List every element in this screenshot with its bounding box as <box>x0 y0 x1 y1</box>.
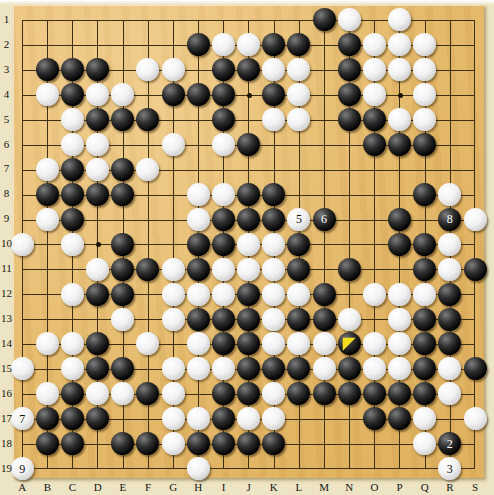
intersection-G12[interactable] <box>161 282 186 307</box>
intersection-I12[interactable] <box>211 282 236 307</box>
intersection-K10[interactable] <box>261 232 286 257</box>
intersection-P11[interactable] <box>387 257 412 282</box>
intersection-A12[interactable] <box>10 282 35 307</box>
intersection-N14[interactable] <box>337 332 362 357</box>
intersection-H1[interactable] <box>186 7 211 32</box>
intersection-F13[interactable] <box>135 307 160 332</box>
intersection-G15[interactable] <box>161 356 186 381</box>
intersection-K11[interactable] <box>261 257 286 282</box>
intersection-E2[interactable] <box>110 32 135 57</box>
intersection-P15[interactable] <box>387 356 412 381</box>
intersection-L13[interactable] <box>286 307 311 332</box>
intersection-D14[interactable] <box>85 332 110 357</box>
intersection-S3[interactable] <box>462 57 487 82</box>
intersection-O2[interactable] <box>362 32 387 57</box>
intersection-M6[interactable] <box>311 132 336 157</box>
intersection-L2[interactable] <box>286 32 311 57</box>
intersection-M18[interactable] <box>311 431 336 456</box>
intersection-O3[interactable] <box>362 57 387 82</box>
intersection-H11[interactable] <box>186 257 211 282</box>
intersection-O8[interactable] <box>362 182 387 207</box>
intersection-H17[interactable] <box>186 406 211 431</box>
intersection-L12[interactable] <box>286 282 311 307</box>
intersection-I2[interactable] <box>211 32 236 57</box>
intersection-S8[interactable] <box>462 182 487 207</box>
intersection-M15[interactable] <box>311 356 336 381</box>
intersection-Q15[interactable] <box>412 356 437 381</box>
intersection-K19[interactable] <box>261 456 286 481</box>
intersection-L17[interactable] <box>286 406 311 431</box>
intersection-J3[interactable] <box>236 57 261 82</box>
intersection-N10[interactable] <box>337 232 362 257</box>
intersection-M19[interactable] <box>311 456 336 481</box>
intersection-R1[interactable] <box>437 7 462 32</box>
intersection-M3[interactable] <box>311 57 336 82</box>
intersection-J6[interactable] <box>236 132 261 157</box>
intersection-A9[interactable] <box>10 207 35 232</box>
intersection-L15[interactable] <box>286 356 311 381</box>
intersection-N12[interactable] <box>337 282 362 307</box>
intersection-S9[interactable] <box>462 207 487 232</box>
intersection-D17[interactable] <box>85 406 110 431</box>
intersection-M14[interactable] <box>311 332 336 357</box>
intersection-G16[interactable] <box>161 381 186 406</box>
intersection-K13[interactable] <box>261 307 286 332</box>
intersection-K2[interactable] <box>261 32 286 57</box>
intersection-R6[interactable] <box>437 132 462 157</box>
intersection-Q16[interactable] <box>412 381 437 406</box>
intersection-D5[interactable] <box>85 107 110 132</box>
intersection-O9[interactable] <box>362 207 387 232</box>
intersection-O10[interactable] <box>362 232 387 257</box>
intersection-D16[interactable] <box>85 381 110 406</box>
intersection-L19[interactable] <box>286 456 311 481</box>
intersection-J12[interactable] <box>236 282 261 307</box>
intersection-F8[interactable] <box>135 182 160 207</box>
intersection-E15[interactable] <box>110 356 135 381</box>
intersection-D8[interactable] <box>85 182 110 207</box>
intersection-D2[interactable] <box>85 32 110 57</box>
intersection-P4[interactable] <box>387 82 412 107</box>
intersection-F7[interactable] <box>135 157 160 182</box>
intersection-H13[interactable] <box>186 307 211 332</box>
intersection-F5[interactable] <box>135 107 160 132</box>
intersection-A8[interactable] <box>10 182 35 207</box>
intersection-E3[interactable] <box>110 57 135 82</box>
intersection-J8[interactable] <box>236 182 261 207</box>
intersection-S5[interactable] <box>462 107 487 132</box>
intersection-E12[interactable] <box>110 282 135 307</box>
intersection-I15[interactable] <box>211 356 236 381</box>
intersection-L3[interactable] <box>286 57 311 82</box>
intersection-K7[interactable] <box>261 157 286 182</box>
intersection-D3[interactable] <box>85 57 110 82</box>
intersection-J15[interactable] <box>236 356 261 381</box>
intersection-F1[interactable] <box>135 7 160 32</box>
intersection-E10[interactable] <box>110 232 135 257</box>
intersection-S1[interactable] <box>462 7 487 32</box>
intersection-E4[interactable] <box>110 82 135 107</box>
intersection-Q11[interactable] <box>412 257 437 282</box>
intersection-F14[interactable] <box>135 332 160 357</box>
intersection-Q7[interactable] <box>412 157 437 182</box>
intersection-Q9[interactable] <box>412 207 437 232</box>
intersection-C12[interactable] <box>60 282 85 307</box>
intersection-P19[interactable] <box>387 456 412 481</box>
intersection-B18[interactable] <box>35 431 60 456</box>
intersection-R13[interactable] <box>437 307 462 332</box>
intersection-H7[interactable] <box>186 157 211 182</box>
intersection-S18[interactable] <box>462 431 487 456</box>
intersection-K14[interactable] <box>261 332 286 357</box>
intersection-D11[interactable] <box>85 257 110 282</box>
intersection-N1[interactable] <box>337 7 362 32</box>
intersection-S14[interactable] <box>462 332 487 357</box>
intersection-R3[interactable] <box>437 57 462 82</box>
intersection-L10[interactable] <box>286 232 311 257</box>
intersection-G1[interactable] <box>161 7 186 32</box>
intersection-S2[interactable] <box>462 32 487 57</box>
intersection-N13[interactable] <box>337 307 362 332</box>
intersection-C9[interactable] <box>60 207 85 232</box>
intersection-P7[interactable] <box>387 157 412 182</box>
intersection-C2[interactable] <box>60 32 85 57</box>
intersection-K4[interactable] <box>261 82 286 107</box>
intersection-D4[interactable] <box>85 82 110 107</box>
intersection-E14[interactable] <box>110 332 135 357</box>
intersection-G9[interactable] <box>161 207 186 232</box>
intersection-C14[interactable] <box>60 332 85 357</box>
intersection-P16[interactable] <box>387 381 412 406</box>
intersection-C15[interactable] <box>60 356 85 381</box>
intersection-P17[interactable] <box>387 406 412 431</box>
intersection-F9[interactable] <box>135 207 160 232</box>
intersection-E18[interactable] <box>110 431 135 456</box>
intersection-H2[interactable] <box>186 32 211 57</box>
intersection-D9[interactable] <box>85 207 110 232</box>
intersection-J16[interactable] <box>236 381 261 406</box>
intersection-A3[interactable] <box>10 57 35 82</box>
intersection-B1[interactable] <box>35 7 60 32</box>
intersection-I19[interactable] <box>211 456 236 481</box>
intersection-D1[interactable] <box>85 7 110 32</box>
intersection-B16[interactable] <box>35 381 60 406</box>
intersection-P10[interactable] <box>387 232 412 257</box>
intersection-J17[interactable] <box>236 406 261 431</box>
intersection-A5[interactable] <box>10 107 35 132</box>
intersection-C19[interactable] <box>60 456 85 481</box>
intersection-C3[interactable] <box>60 57 85 82</box>
intersection-A18[interactable] <box>10 431 35 456</box>
intersection-S6[interactable] <box>462 132 487 157</box>
intersection-R18[interactable]: 2 <box>437 431 462 456</box>
intersection-E11[interactable] <box>110 257 135 282</box>
intersection-Q19[interactable] <box>412 456 437 481</box>
intersection-P1[interactable] <box>387 7 412 32</box>
intersection-C7[interactable] <box>60 157 85 182</box>
intersection-S7[interactable] <box>462 157 487 182</box>
intersection-F11[interactable] <box>135 257 160 282</box>
intersection-N11[interactable] <box>337 257 362 282</box>
intersection-B4[interactable] <box>35 82 60 107</box>
intersection-J14[interactable] <box>236 332 261 357</box>
intersection-Q5[interactable] <box>412 107 437 132</box>
intersection-O15[interactable] <box>362 356 387 381</box>
intersection-I14[interactable] <box>211 332 236 357</box>
intersection-G14[interactable] <box>161 332 186 357</box>
intersection-K15[interactable] <box>261 356 286 381</box>
intersection-R12[interactable] <box>437 282 462 307</box>
intersection-S13[interactable] <box>462 307 487 332</box>
intersection-J18[interactable] <box>236 431 261 456</box>
intersection-A19[interactable]: 9 <box>10 456 35 481</box>
intersection-O18[interactable] <box>362 431 387 456</box>
intersection-K1[interactable] <box>261 7 286 32</box>
intersection-K9[interactable] <box>261 207 286 232</box>
intersection-N5[interactable] <box>337 107 362 132</box>
intersection-M12[interactable] <box>311 282 336 307</box>
intersection-P3[interactable] <box>387 57 412 82</box>
intersection-M1[interactable] <box>311 7 336 32</box>
intersection-R15[interactable] <box>437 356 462 381</box>
intersection-F6[interactable] <box>135 132 160 157</box>
intersection-I3[interactable] <box>211 57 236 82</box>
intersection-J9[interactable] <box>236 207 261 232</box>
intersection-N8[interactable] <box>337 182 362 207</box>
intersection-E13[interactable] <box>110 307 135 332</box>
intersection-F12[interactable] <box>135 282 160 307</box>
intersection-E19[interactable] <box>110 456 135 481</box>
intersection-Q3[interactable] <box>412 57 437 82</box>
intersection-G4[interactable] <box>161 82 186 107</box>
intersection-S12[interactable] <box>462 282 487 307</box>
intersection-Q12[interactable] <box>412 282 437 307</box>
intersection-F19[interactable] <box>135 456 160 481</box>
intersection-D13[interactable] <box>85 307 110 332</box>
intersection-D6[interactable] <box>85 132 110 157</box>
intersection-N17[interactable] <box>337 406 362 431</box>
intersection-R7[interactable] <box>437 157 462 182</box>
intersection-G3[interactable] <box>161 57 186 82</box>
intersection-N3[interactable] <box>337 57 362 82</box>
intersection-I6[interactable] <box>211 132 236 157</box>
intersection-K5[interactable] <box>261 107 286 132</box>
intersection-B5[interactable] <box>35 107 60 132</box>
intersection-Q8[interactable] <box>412 182 437 207</box>
intersection-Q10[interactable] <box>412 232 437 257</box>
intersection-C5[interactable] <box>60 107 85 132</box>
intersection-A2[interactable] <box>10 32 35 57</box>
intersection-M4[interactable] <box>311 82 336 107</box>
intersection-I18[interactable] <box>211 431 236 456</box>
intersection-C1[interactable] <box>60 7 85 32</box>
intersection-B8[interactable] <box>35 182 60 207</box>
intersection-B6[interactable] <box>35 132 60 157</box>
intersection-O17[interactable] <box>362 406 387 431</box>
intersection-R5[interactable] <box>437 107 462 132</box>
intersection-B19[interactable] <box>35 456 60 481</box>
intersection-I16[interactable] <box>211 381 236 406</box>
intersection-N9[interactable] <box>337 207 362 232</box>
intersection-N19[interactable] <box>337 456 362 481</box>
intersection-A16[interactable] <box>10 381 35 406</box>
intersection-N4[interactable] <box>337 82 362 107</box>
intersection-S4[interactable] <box>462 82 487 107</box>
intersection-R11[interactable] <box>437 257 462 282</box>
intersection-F15[interactable] <box>135 356 160 381</box>
intersection-N16[interactable] <box>337 381 362 406</box>
intersection-F3[interactable] <box>135 57 160 82</box>
intersection-J11[interactable] <box>236 257 261 282</box>
intersection-L14[interactable] <box>286 332 311 357</box>
intersection-R19[interactable]: 3 <box>437 456 462 481</box>
intersection-D7[interactable] <box>85 157 110 182</box>
intersection-S11[interactable] <box>462 257 487 282</box>
intersection-S15[interactable] <box>462 356 487 381</box>
intersection-E6[interactable] <box>110 132 135 157</box>
intersection-L11[interactable] <box>286 257 311 282</box>
intersection-C18[interactable] <box>60 431 85 456</box>
intersection-A10[interactable] <box>10 232 35 257</box>
intersection-F2[interactable] <box>135 32 160 57</box>
intersection-P5[interactable] <box>387 107 412 132</box>
intersection-B14[interactable] <box>35 332 60 357</box>
intersection-H14[interactable] <box>186 332 211 357</box>
intersection-M11[interactable] <box>311 257 336 282</box>
intersection-K3[interactable] <box>261 57 286 82</box>
intersection-E8[interactable] <box>110 182 135 207</box>
intersection-L18[interactable] <box>286 431 311 456</box>
intersection-O6[interactable] <box>362 132 387 157</box>
intersection-K8[interactable] <box>261 182 286 207</box>
intersection-I1[interactable] <box>211 7 236 32</box>
intersection-L8[interactable] <box>286 182 311 207</box>
intersection-A11[interactable] <box>10 257 35 282</box>
intersection-H6[interactable] <box>186 132 211 157</box>
intersection-B13[interactable] <box>35 307 60 332</box>
intersection-J2[interactable] <box>236 32 261 57</box>
intersection-J19[interactable] <box>236 456 261 481</box>
intersection-C17[interactable] <box>60 406 85 431</box>
intersection-L5[interactable] <box>286 107 311 132</box>
intersection-P13[interactable] <box>387 307 412 332</box>
intersection-I4[interactable] <box>211 82 236 107</box>
intersection-G8[interactable] <box>161 182 186 207</box>
intersection-F16[interactable] <box>135 381 160 406</box>
intersection-C8[interactable] <box>60 182 85 207</box>
intersection-O5[interactable] <box>362 107 387 132</box>
intersection-H18[interactable] <box>186 431 211 456</box>
intersection-B17[interactable] <box>35 406 60 431</box>
intersection-H3[interactable] <box>186 57 211 82</box>
intersection-M7[interactable] <box>311 157 336 182</box>
intersection-L9[interactable]: 5 <box>286 207 311 232</box>
intersection-M16[interactable] <box>311 381 336 406</box>
intersection-H8[interactable] <box>186 182 211 207</box>
intersection-O14[interactable] <box>362 332 387 357</box>
intersection-F17[interactable] <box>135 406 160 431</box>
intersection-J5[interactable] <box>236 107 261 132</box>
intersection-F4[interactable] <box>135 82 160 107</box>
intersection-O1[interactable] <box>362 7 387 32</box>
intersection-R16[interactable] <box>437 381 462 406</box>
intersection-R9[interactable]: 8 <box>437 207 462 232</box>
intersection-C10[interactable] <box>60 232 85 257</box>
intersection-Q13[interactable] <box>412 307 437 332</box>
intersection-R10[interactable] <box>437 232 462 257</box>
intersection-E16[interactable] <box>110 381 135 406</box>
intersection-M13[interactable] <box>311 307 336 332</box>
intersection-E17[interactable] <box>110 406 135 431</box>
intersection-B15[interactable] <box>35 356 60 381</box>
intersection-D10[interactable] <box>85 232 110 257</box>
intersection-L6[interactable] <box>286 132 311 157</box>
intersection-O11[interactable] <box>362 257 387 282</box>
intersection-I5[interactable] <box>211 107 236 132</box>
intersection-H10[interactable] <box>186 232 211 257</box>
intersection-N7[interactable] <box>337 157 362 182</box>
intersection-Q14[interactable] <box>412 332 437 357</box>
intersection-Q18[interactable] <box>412 431 437 456</box>
intersection-C16[interactable] <box>60 381 85 406</box>
intersection-F18[interactable] <box>135 431 160 456</box>
intersection-E1[interactable] <box>110 7 135 32</box>
intersection-O12[interactable] <box>362 282 387 307</box>
intersection-H9[interactable] <box>186 207 211 232</box>
intersection-P12[interactable] <box>387 282 412 307</box>
intersection-B11[interactable] <box>35 257 60 282</box>
intersection-R8[interactable] <box>437 182 462 207</box>
intersection-S10[interactable] <box>462 232 487 257</box>
intersection-Q2[interactable] <box>412 32 437 57</box>
intersection-S19[interactable] <box>462 456 487 481</box>
intersection-K16[interactable] <box>261 381 286 406</box>
intersection-L7[interactable] <box>286 157 311 182</box>
intersection-P9[interactable] <box>387 207 412 232</box>
intersection-L1[interactable] <box>286 7 311 32</box>
intersection-D18[interactable] <box>85 431 110 456</box>
intersection-A7[interactable] <box>10 157 35 182</box>
intersection-R17[interactable] <box>437 406 462 431</box>
intersection-R4[interactable] <box>437 82 462 107</box>
intersection-I10[interactable] <box>211 232 236 257</box>
intersection-Q1[interactable] <box>412 7 437 32</box>
intersection-C11[interactable] <box>60 257 85 282</box>
intersection-K18[interactable] <box>261 431 286 456</box>
intersection-N6[interactable] <box>337 132 362 157</box>
intersection-R14[interactable] <box>437 332 462 357</box>
intersection-M10[interactable] <box>311 232 336 257</box>
intersection-S16[interactable] <box>462 381 487 406</box>
intersection-J4[interactable] <box>236 82 261 107</box>
intersection-B9[interactable] <box>35 207 60 232</box>
intersection-P14[interactable] <box>387 332 412 357</box>
intersection-C6[interactable] <box>60 132 85 157</box>
intersection-E5[interactable] <box>110 107 135 132</box>
intersection-B2[interactable] <box>35 32 60 57</box>
intersection-C4[interactable] <box>60 82 85 107</box>
intersection-O4[interactable] <box>362 82 387 107</box>
intersection-O7[interactable] <box>362 157 387 182</box>
intersection-O16[interactable] <box>362 381 387 406</box>
intersection-Q6[interactable] <box>412 132 437 157</box>
intersection-P18[interactable] <box>387 431 412 456</box>
intersection-Q17[interactable] <box>412 406 437 431</box>
intersection-H5[interactable] <box>186 107 211 132</box>
intersection-G13[interactable] <box>161 307 186 332</box>
intersection-G2[interactable] <box>161 32 186 57</box>
intersection-H15[interactable] <box>186 356 211 381</box>
